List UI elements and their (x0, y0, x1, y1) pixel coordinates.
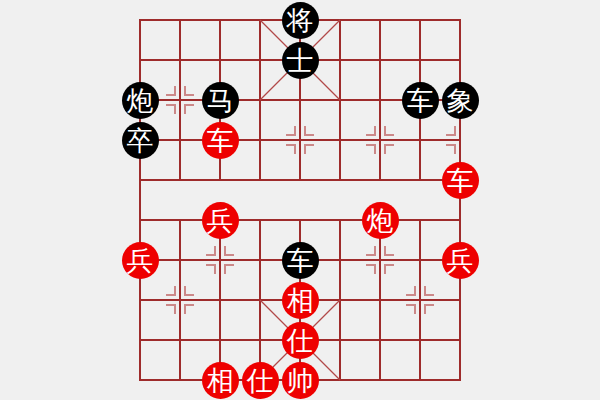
piece-black-general[interactable]: 将 (282, 2, 319, 39)
board-point: 相 (280, 280, 320, 320)
board-point: 马 (200, 80, 240, 120)
piece-red-advisor[interactable]: 仕 (282, 322, 319, 359)
board-point: 卒 (120, 120, 160, 160)
piece-black-soldier[interactable]: 卒 (122, 122, 159, 159)
piece-red-elephant[interactable]: 相 (202, 362, 239, 399)
board-point: 士 (280, 40, 320, 80)
piece-red-advisor[interactable]: 仕 (242, 362, 279, 399)
piece-red-soldier[interactable]: 兵 (442, 242, 479, 279)
piece-black-cannon[interactable]: 炮 (122, 82, 159, 119)
piece-red-general[interactable]: 帅 (282, 362, 319, 399)
piece-red-chariot[interactable]: 车 (442, 162, 479, 199)
board-point: 仕 (240, 360, 280, 400)
piece-red-cannon[interactable]: 炮 (362, 202, 399, 239)
pieces-layer: 将士炮马车象卒车车兵炮兵车兵相仕相仕帅 (120, 0, 480, 400)
board-point: 兵 (200, 200, 240, 240)
xiangqi-board: 将士炮马车象卒车车兵炮兵车兵相仕相仕帅 (0, 0, 600, 400)
board-point: 车 (280, 240, 320, 280)
piece-black-chariot[interactable]: 车 (402, 82, 439, 119)
piece-red-soldier[interactable]: 兵 (202, 202, 239, 239)
board-point: 兵 (440, 240, 480, 280)
board-point: 将 (280, 0, 320, 40)
board-point: 帅 (280, 360, 320, 400)
board-point: 炮 (360, 200, 400, 240)
board-point: 相 (200, 360, 240, 400)
piece-black-horse[interactable]: 马 (202, 82, 239, 119)
piece-red-chariot[interactable]: 车 (202, 122, 239, 159)
board-point: 仕 (280, 320, 320, 360)
piece-red-elephant[interactable]: 相 (282, 282, 319, 319)
board-point: 象 (440, 80, 480, 120)
piece-black-chariot[interactable]: 车 (282, 242, 319, 279)
piece-black-advisor[interactable]: 士 (282, 42, 319, 79)
board-point: 兵 (120, 240, 160, 280)
piece-red-soldier[interactable]: 兵 (122, 242, 159, 279)
board-point: 车 (200, 120, 240, 160)
board-point: 炮 (120, 80, 160, 120)
board-point: 车 (400, 80, 440, 120)
board-point: 车 (440, 160, 480, 200)
piece-black-elephant[interactable]: 象 (442, 82, 479, 119)
